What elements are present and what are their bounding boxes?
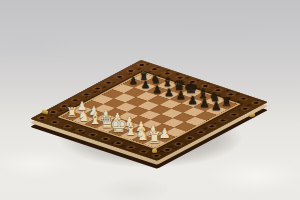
piece-black-pawn-c7[interactable]: ♟ <box>153 83 162 93</box>
piece-black-pawn-g7[interactable]: ♟ <box>199 98 209 110</box>
piece-black-pawn-b7[interactable]: ♟ <box>141 80 150 90</box>
piece-white-rook-h1[interactable]: ♜ <box>147 131 161 146</box>
piece-black-rook-h8[interactable]: ♜ <box>221 95 232 107</box>
piece-white-rook-a1[interactable]: ♜ <box>66 106 78 119</box>
brass-clasp-front-icon <box>152 149 157 153</box>
piece-black-pawn-d7[interactable]: ♟ <box>164 87 174 98</box>
piece-black-pawn-e7[interactable]: ♟ <box>176 91 186 102</box>
photo-scene: ♜♞♝♛♚♝♞♜♟♟♟♟♟♟♟♟♟♟♟♟♟♟♟♟♜♞♝♛♚♝♞♜ <box>0 0 300 200</box>
piece-black-pawn-a7[interactable]: ♟ <box>129 76 138 86</box>
piece-black-pawn-h7[interactable]: ♟ <box>211 102 221 114</box>
piece-black-pawn-f7[interactable]: ♟ <box>188 94 198 105</box>
